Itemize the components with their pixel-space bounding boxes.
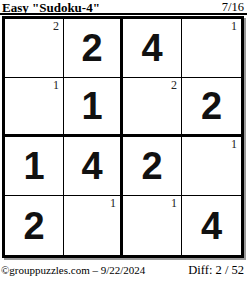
given-digit: 4 [141, 29, 162, 67]
pencil-mark: 2 [171, 79, 177, 92]
given-digit: 2 [81, 29, 102, 67]
cell-r1c4[interactable]: 1 [182, 19, 241, 78]
given-digit: 2 [141, 147, 162, 185]
cell-r2c4[interactable]: 2 [182, 78, 241, 137]
cell-r3c2[interactable]: 4 [64, 137, 123, 196]
copyright-text: ©grouppuzzles.com – 9/22/2024 [1, 264, 145, 276]
cell-r2c2[interactable]: 1 [64, 78, 123, 137]
cell-r4c3[interactable]: 1 [123, 196, 182, 255]
pencil-mark: 2 [53, 20, 59, 33]
cell-r1c3[interactable]: 4 [123, 19, 182, 78]
pencil-mark: 1 [53, 79, 59, 92]
sudoku-board: 2241112214212114 [2, 16, 244, 258]
cell-r4c1[interactable]: 2 [5, 196, 64, 255]
given-digit: 2 [201, 87, 222, 125]
cell-r2c1[interactable]: 1 [5, 78, 64, 137]
cell-r3c3[interactable]: 2 [123, 137, 182, 196]
given-digit: 4 [81, 147, 102, 185]
pencil-mark: 1 [231, 138, 237, 151]
given-digit: 4 [201, 207, 222, 245]
given-digit: 2 [23, 207, 44, 245]
cell-r2c3[interactable]: 2 [123, 78, 182, 137]
cell-r1c2[interactable]: 2 [64, 19, 123, 78]
given-digit: 1 [23, 147, 44, 185]
cell-r3c4[interactable]: 1 [182, 137, 241, 196]
pencil-mark: 1 [171, 197, 177, 210]
cell-r1c1[interactable]: 2 [5, 19, 64, 78]
cell-r4c4[interactable]: 4 [182, 196, 241, 255]
pencil-mark: 1 [110, 197, 116, 210]
cell-r3c1[interactable]: 1 [5, 137, 64, 196]
difficulty-text: Diff: 2 / 52 [188, 263, 244, 278]
given-digit: 1 [81, 87, 102, 125]
header-divider [0, 13, 247, 15]
pencil-mark: 1 [231, 20, 237, 33]
cell-r4c2[interactable]: 1 [64, 196, 123, 255]
